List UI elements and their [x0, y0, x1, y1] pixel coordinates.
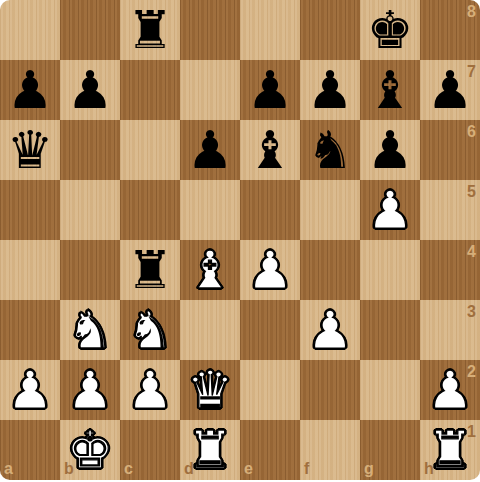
square-c1[interactable]: c [120, 420, 180, 480]
square-f5[interactable] [300, 180, 360, 240]
square-g2[interactable] [360, 360, 420, 420]
square-a7[interactable]: ♟ [0, 60, 60, 120]
piece-white-bishop[interactable]: ♝ [187, 240, 234, 300]
piece-white-king[interactable]: ♚ [67, 420, 114, 480]
rank-label-3: 3 [467, 304, 476, 320]
square-a8[interactable] [0, 0, 60, 60]
square-a1[interactable]: a [0, 420, 60, 480]
piece-white-pawn[interactable]: ♟ [307, 300, 354, 360]
square-h7[interactable]: ♟7 [420, 60, 480, 120]
square-c6[interactable] [120, 120, 180, 180]
square-f8[interactable] [300, 0, 360, 60]
piece-white-pawn[interactable]: ♟ [67, 360, 114, 420]
square-d4[interactable]: ♝ [180, 240, 240, 300]
square-e7[interactable]: ♟ [240, 60, 300, 120]
square-g4[interactable] [360, 240, 420, 300]
file-label-f: f [304, 461, 309, 477]
square-b4[interactable] [60, 240, 120, 300]
piece-white-knight[interactable]: ♞ [67, 300, 114, 360]
file-label-a: a [4, 461, 13, 477]
square-b6[interactable] [60, 120, 120, 180]
square-h8[interactable]: 8 [420, 0, 480, 60]
square-a3[interactable] [0, 300, 60, 360]
square-c7[interactable] [120, 60, 180, 120]
piece-black-pawn[interactable]: ♟ [367, 120, 414, 180]
square-f2[interactable] [300, 360, 360, 420]
file-label-g: g [364, 461, 374, 477]
square-f1[interactable]: f [300, 420, 360, 480]
piece-white-pawn[interactable]: ♟ [367, 180, 414, 240]
square-d1[interactable]: ♜d [180, 420, 240, 480]
square-a6[interactable]: ♛ [0, 120, 60, 180]
square-e8[interactable] [240, 0, 300, 60]
square-h4[interactable]: 4 [420, 240, 480, 300]
file-label-e: e [244, 461, 253, 477]
piece-black-rook[interactable]: ♜ [127, 0, 174, 60]
square-d3[interactable] [180, 300, 240, 360]
square-h5[interactable]: 5 [420, 180, 480, 240]
rank-label-6: 6 [467, 124, 476, 140]
square-e2[interactable] [240, 360, 300, 420]
rank-label-4: 4 [467, 244, 476, 260]
square-b3[interactable]: ♞ [60, 300, 120, 360]
piece-black-pawn[interactable]: ♟ [67, 60, 114, 120]
square-e6[interactable]: ♝ [240, 120, 300, 180]
square-e1[interactable]: e [240, 420, 300, 480]
piece-black-knight[interactable]: ♞ [307, 120, 354, 180]
piece-black-king[interactable]: ♚ [367, 0, 414, 60]
square-g8[interactable]: ♚ [360, 0, 420, 60]
chess-board: ♜♚8♟♟♟♟♝♟7♛♟♝♞♟6♟5♜♝♟4♞♞♟3♟♟♟♛♟2a♚bc♜def… [0, 0, 480, 480]
board-container: ♜♚8♟♟♟♟♝♟7♛♟♝♞♟6♟5♜♝♟4♞♞♟3♟♟♟♛♟2a♚bc♜def… [0, 0, 480, 482]
piece-white-pawn[interactable]: ♟ [7, 360, 54, 420]
square-f7[interactable]: ♟ [300, 60, 360, 120]
rank-label-8: 8 [467, 4, 476, 20]
square-d2[interactable]: ♛ [180, 360, 240, 420]
square-g5[interactable]: ♟ [360, 180, 420, 240]
square-d5[interactable] [180, 180, 240, 240]
file-label-c: c [124, 461, 133, 477]
square-f4[interactable] [300, 240, 360, 300]
square-c8[interactable]: ♜ [120, 0, 180, 60]
square-b7[interactable]: ♟ [60, 60, 120, 120]
piece-black-bishop[interactable]: ♝ [247, 120, 294, 180]
piece-white-queen[interactable]: ♛ [187, 360, 234, 420]
square-e4[interactable]: ♟ [240, 240, 300, 300]
square-h6[interactable]: 6 [420, 120, 480, 180]
square-b1[interactable]: ♚b [60, 420, 120, 480]
piece-black-pawn[interactable]: ♟ [247, 60, 294, 120]
square-c4[interactable]: ♜ [120, 240, 180, 300]
square-b2[interactable]: ♟ [60, 360, 120, 420]
piece-white-rook[interactable]: ♜ [427, 420, 474, 480]
square-c3[interactable]: ♞ [120, 300, 180, 360]
square-e5[interactable] [240, 180, 300, 240]
square-a5[interactable] [0, 180, 60, 240]
square-c5[interactable] [120, 180, 180, 240]
square-b8[interactable] [60, 0, 120, 60]
square-h1[interactable]: ♜1h [420, 420, 480, 480]
square-f6[interactable]: ♞ [300, 120, 360, 180]
square-h2[interactable]: ♟2 [420, 360, 480, 420]
piece-black-bishop[interactable]: ♝ [367, 60, 414, 120]
piece-white-rook[interactable]: ♜ [187, 420, 234, 480]
piece-black-pawn[interactable]: ♟ [7, 60, 54, 120]
square-c2[interactable]: ♟ [120, 360, 180, 420]
square-g3[interactable] [360, 300, 420, 360]
square-g1[interactable]: g [360, 420, 420, 480]
piece-white-pawn[interactable]: ♟ [427, 360, 474, 420]
piece-black-rook[interactable]: ♜ [127, 240, 174, 300]
rank-label-5: 5 [467, 184, 476, 200]
square-e3[interactable] [240, 300, 300, 360]
square-d8[interactable] [180, 0, 240, 60]
piece-black-queen[interactable]: ♛ [7, 120, 54, 180]
square-a4[interactable] [0, 240, 60, 300]
piece-black-pawn[interactable]: ♟ [307, 60, 354, 120]
piece-white-pawn[interactable]: ♟ [127, 360, 174, 420]
square-g7[interactable]: ♝ [360, 60, 420, 120]
square-b5[interactable] [60, 180, 120, 240]
piece-black-pawn[interactable]: ♟ [187, 120, 234, 180]
square-d6[interactable]: ♟ [180, 120, 240, 180]
piece-white-pawn[interactable]: ♟ [247, 240, 294, 300]
square-h3[interactable]: 3 [420, 300, 480, 360]
square-g6[interactable]: ♟ [360, 120, 420, 180]
square-a2[interactable]: ♟ [0, 360, 60, 420]
square-d7[interactable] [180, 60, 240, 120]
square-f3[interactable]: ♟ [300, 300, 360, 360]
piece-black-pawn[interactable]: ♟ [427, 60, 474, 120]
piece-white-knight[interactable]: ♞ [127, 300, 174, 360]
